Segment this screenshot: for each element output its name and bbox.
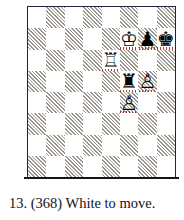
square-g5: ♙	[138, 71, 156, 92]
square-e2	[102, 135, 120, 156]
square-e6: ♖	[102, 50, 120, 71]
square-e5	[102, 71, 120, 92]
square-b3	[46, 113, 64, 134]
square-d5	[83, 71, 101, 92]
square-c6	[65, 50, 83, 71]
square-d1	[83, 156, 101, 177]
square-a6	[28, 50, 46, 71]
square-g8	[138, 7, 156, 28]
square-b4	[46, 92, 64, 113]
board-bottom-border	[24, 177, 179, 179]
square-h3	[157, 113, 175, 134]
square-b7	[46, 28, 64, 49]
square-h2	[157, 135, 175, 156]
square-d3	[83, 113, 101, 134]
square-f1	[120, 156, 138, 177]
square-f2	[120, 135, 138, 156]
square-f7: ♔	[120, 28, 138, 49]
square-e4	[102, 92, 120, 113]
square-b1	[46, 156, 64, 177]
square-g3	[138, 113, 156, 134]
square-b2	[46, 135, 64, 156]
square-c3	[65, 113, 83, 134]
square-c7	[65, 28, 83, 49]
square-c5	[65, 71, 83, 92]
black-rook-piece: ♜	[120, 71, 138, 91]
square-g2	[138, 135, 156, 156]
square-f8	[120, 7, 138, 28]
square-g1	[138, 156, 156, 177]
square-a7	[28, 28, 46, 49]
square-e7	[102, 28, 120, 49]
square-h7: ♚	[157, 28, 175, 49]
white-pawn-piece: ♙	[138, 71, 156, 91]
square-d6	[83, 50, 101, 71]
square-h4	[157, 92, 175, 113]
square-c1	[65, 156, 83, 177]
square-a4	[28, 92, 46, 113]
square-b6	[46, 50, 64, 71]
white-pawn-piece: ♙	[120, 93, 138, 113]
square-c2	[65, 135, 83, 156]
square-a3	[28, 113, 46, 134]
black-king-piece: ♚	[157, 29, 175, 49]
square-d4	[83, 92, 101, 113]
white-king-piece: ♔	[120, 29, 138, 49]
square-g7: ♟	[138, 28, 156, 49]
square-f5: ♜	[120, 71, 138, 92]
square-g4	[138, 92, 156, 113]
black-pawn-piece: ♟	[138, 29, 156, 49]
square-a2	[28, 135, 46, 156]
square-d8	[83, 7, 101, 28]
square-a8	[28, 7, 46, 28]
square-a1	[28, 156, 46, 177]
square-e3	[102, 113, 120, 134]
square-f3	[120, 113, 138, 134]
chess-board: ♔♟♚♖♜♙♙	[27, 6, 176, 177]
square-f6	[120, 50, 138, 71]
square-h8	[157, 7, 175, 28]
white-rook-piece: ♖	[102, 50, 120, 70]
diagram-caption: 13. (368) White to move.	[9, 195, 155, 212]
square-e1	[102, 156, 120, 177]
square-g6	[138, 50, 156, 71]
square-b5	[46, 71, 64, 92]
square-h1	[157, 156, 175, 177]
square-b8	[46, 7, 64, 28]
square-d2	[83, 135, 101, 156]
square-h6	[157, 50, 175, 71]
square-d7	[83, 28, 101, 49]
square-c4	[65, 92, 83, 113]
square-c8	[65, 7, 83, 28]
square-h5	[157, 71, 175, 92]
square-a5	[28, 71, 46, 92]
square-e8	[102, 7, 120, 28]
square-f4: ♙	[120, 92, 138, 113]
